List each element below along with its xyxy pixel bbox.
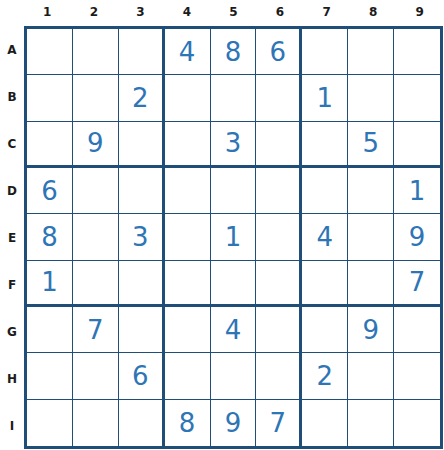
cell-C6[interactable] bbox=[256, 122, 302, 168]
cell-B5[interactable] bbox=[211, 75, 257, 121]
cell-I9[interactable] bbox=[394, 400, 440, 446]
row-label-C: C bbox=[0, 120, 24, 167]
cell-C8[interactable]: 5 bbox=[348, 122, 394, 168]
given-digit: 7 bbox=[409, 269, 426, 295]
column-label-1: 1 bbox=[24, 0, 71, 26]
cell-H7[interactable]: 2 bbox=[302, 353, 348, 399]
cell-I6[interactable]: 7 bbox=[256, 400, 302, 446]
given-digit: 9 bbox=[225, 410, 242, 436]
given-digit: 8 bbox=[179, 410, 196, 436]
given-digit: 2 bbox=[317, 363, 334, 389]
given-digit: 8 bbox=[41, 224, 58, 250]
row-label-A: A bbox=[0, 26, 24, 73]
cell-G7[interactable] bbox=[302, 307, 348, 353]
cell-C1[interactable] bbox=[27, 122, 73, 168]
cell-B2[interactable] bbox=[73, 75, 119, 121]
given-digit: 9 bbox=[87, 130, 104, 156]
cell-E1[interactable]: 8 bbox=[27, 214, 73, 260]
row-label-I: I bbox=[0, 402, 24, 449]
cell-I3[interactable] bbox=[119, 400, 165, 446]
cell-A2[interactable] bbox=[73, 29, 119, 75]
given-digit: 6 bbox=[132, 363, 149, 389]
sudoku-board: 4862193561831491774962897 bbox=[24, 26, 443, 449]
cell-C4[interactable] bbox=[165, 122, 211, 168]
cell-D2[interactable] bbox=[73, 168, 119, 214]
cell-G4[interactable] bbox=[165, 307, 211, 353]
cell-A9[interactable] bbox=[394, 29, 440, 75]
given-digit: 6 bbox=[41, 178, 58, 204]
cell-I7[interactable] bbox=[302, 400, 348, 446]
cell-D5[interactable] bbox=[211, 168, 257, 214]
cell-B9[interactable] bbox=[394, 75, 440, 121]
cell-C3[interactable] bbox=[119, 122, 165, 168]
column-label-7: 7 bbox=[303, 0, 350, 26]
column-label-2: 2 bbox=[71, 0, 118, 26]
cell-D1[interactable]: 6 bbox=[27, 168, 73, 214]
row-label-D: D bbox=[0, 167, 24, 214]
column-label-8: 8 bbox=[350, 0, 397, 26]
cell-F6[interactable] bbox=[256, 261, 302, 307]
cell-H1[interactable] bbox=[27, 353, 73, 399]
column-labels: 123456789 bbox=[24, 0, 443, 26]
cell-E2[interactable] bbox=[73, 214, 119, 260]
cell-A5[interactable]: 8 bbox=[211, 29, 257, 75]
row-label-B: B bbox=[0, 73, 24, 120]
cell-D8[interactable] bbox=[348, 168, 394, 214]
cell-E8[interactable] bbox=[348, 214, 394, 260]
cell-D6[interactable] bbox=[256, 168, 302, 214]
cell-F5[interactable] bbox=[211, 261, 257, 307]
cell-H6[interactable] bbox=[256, 353, 302, 399]
column-label-6: 6 bbox=[257, 0, 304, 26]
cell-D7[interactable] bbox=[302, 168, 348, 214]
given-digit: 2 bbox=[132, 85, 149, 111]
given-digit: 9 bbox=[362, 317, 379, 343]
column-label-3: 3 bbox=[117, 0, 164, 26]
cell-H9[interactable] bbox=[394, 353, 440, 399]
cell-D9[interactable]: 1 bbox=[394, 168, 440, 214]
cell-G2[interactable]: 7 bbox=[73, 307, 119, 353]
row-label-E: E bbox=[0, 214, 24, 261]
cell-A6[interactable]: 6 bbox=[256, 29, 302, 75]
cell-F3[interactable] bbox=[119, 261, 165, 307]
cell-G5[interactable]: 4 bbox=[211, 307, 257, 353]
cell-G9[interactable] bbox=[394, 307, 440, 353]
cell-H3[interactable]: 6 bbox=[119, 353, 165, 399]
cell-B1[interactable] bbox=[27, 75, 73, 121]
cell-E3[interactable]: 3 bbox=[119, 214, 165, 260]
cell-C5[interactable]: 3 bbox=[211, 122, 257, 168]
cell-H5[interactable] bbox=[211, 353, 257, 399]
cell-A8[interactable] bbox=[348, 29, 394, 75]
cell-F1[interactable]: 1 bbox=[27, 261, 73, 307]
cell-H2[interactable] bbox=[73, 353, 119, 399]
cell-C2[interactable]: 9 bbox=[73, 122, 119, 168]
cell-A4[interactable]: 4 bbox=[165, 29, 211, 75]
cell-F4[interactable] bbox=[165, 261, 211, 307]
given-digit: 8 bbox=[225, 39, 242, 65]
cell-A7[interactable] bbox=[302, 29, 348, 75]
cell-B8[interactable] bbox=[348, 75, 394, 121]
column-label-5: 5 bbox=[210, 0, 257, 26]
given-digit: 3 bbox=[225, 130, 242, 156]
cell-F2[interactable] bbox=[73, 261, 119, 307]
cell-F7[interactable] bbox=[302, 261, 348, 307]
cell-E9[interactable]: 9 bbox=[394, 214, 440, 260]
cell-D3[interactable] bbox=[119, 168, 165, 214]
row-label-F: F bbox=[0, 261, 24, 308]
cell-E6[interactable] bbox=[256, 214, 302, 260]
cell-D4[interactable] bbox=[165, 168, 211, 214]
cell-B3[interactable]: 2 bbox=[119, 75, 165, 121]
given-digit: 7 bbox=[87, 317, 104, 343]
cell-G6[interactable] bbox=[256, 307, 302, 353]
sudoku-puzzle: 123456789 ABCDEFGHI 48621935618314917749… bbox=[0, 0, 444, 450]
given-digit: 6 bbox=[270, 39, 287, 65]
column-label-9: 9 bbox=[396, 0, 443, 26]
given-digit: 1 bbox=[317, 85, 334, 111]
cell-G1[interactable] bbox=[27, 307, 73, 353]
cell-H8[interactable] bbox=[348, 353, 394, 399]
cell-H4[interactable] bbox=[165, 353, 211, 399]
given-digit: 1 bbox=[409, 178, 426, 204]
cell-F9[interactable]: 7 bbox=[394, 261, 440, 307]
cell-G8[interactable]: 9 bbox=[348, 307, 394, 353]
cell-I4[interactable]: 8 bbox=[165, 400, 211, 446]
cell-C9[interactable] bbox=[394, 122, 440, 168]
cell-A3[interactable] bbox=[119, 29, 165, 75]
cell-B4[interactable] bbox=[165, 75, 211, 121]
cell-I8[interactable] bbox=[348, 400, 394, 446]
given-digit: 1 bbox=[225, 224, 242, 250]
cell-F8[interactable] bbox=[348, 261, 394, 307]
row-label-G: G bbox=[0, 308, 24, 355]
cell-A1[interactable] bbox=[27, 29, 73, 75]
cell-C7[interactable] bbox=[302, 122, 348, 168]
cell-I2[interactable] bbox=[73, 400, 119, 446]
given-digit: 3 bbox=[132, 224, 149, 250]
cell-E4[interactable] bbox=[165, 214, 211, 260]
given-digit: 4 bbox=[317, 224, 334, 250]
cell-B7[interactable]: 1 bbox=[302, 75, 348, 121]
given-digit: 4 bbox=[179, 39, 196, 65]
cell-B6[interactable] bbox=[256, 75, 302, 121]
cell-E5[interactable]: 1 bbox=[211, 214, 257, 260]
given-digit: 4 bbox=[225, 317, 242, 343]
given-digit: 7 bbox=[270, 410, 287, 436]
given-digit: 5 bbox=[362, 130, 379, 156]
column-label-4: 4 bbox=[164, 0, 211, 26]
given-digit: 9 bbox=[409, 224, 426, 250]
row-label-H: H bbox=[0, 355, 24, 402]
cell-G3[interactable] bbox=[119, 307, 165, 353]
given-digit: 1 bbox=[41, 269, 58, 295]
cell-E7[interactable]: 4 bbox=[302, 214, 348, 260]
cell-I1[interactable] bbox=[27, 400, 73, 446]
cell-I5[interactable]: 9 bbox=[211, 400, 257, 446]
row-labels: ABCDEFGHI bbox=[0, 26, 24, 449]
